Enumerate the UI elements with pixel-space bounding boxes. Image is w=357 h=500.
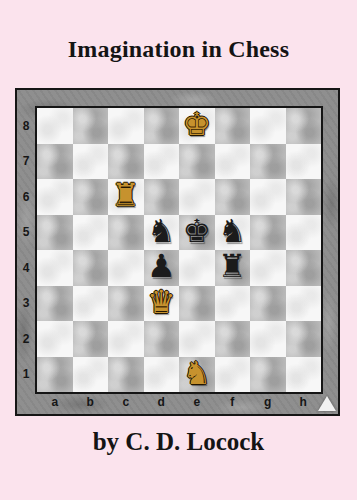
square-c3 [108, 286, 144, 322]
file-label-a: a [37, 392, 73, 412]
file-labels: abcdefgh [37, 392, 321, 412]
file-label-b: b [73, 392, 109, 412]
rank-label-4: 4 [17, 250, 35, 286]
file-label-e: e [179, 392, 215, 412]
square-h8 [286, 108, 322, 144]
square-b8 [73, 108, 109, 144]
file-label-h: h [286, 392, 322, 412]
square-f1 [215, 357, 251, 393]
square-h1 [286, 357, 322, 393]
black-pawn-d4: ♟ [147, 250, 176, 285]
square-g3 [250, 286, 286, 322]
square-c2 [108, 321, 144, 357]
black-knight-f5: ♞ [218, 215, 247, 250]
rank-label-2: 2 [17, 321, 35, 357]
square-c5 [108, 215, 144, 251]
square-d1 [144, 357, 180, 393]
book-author: by C. D. Locock [0, 428, 357, 456]
black-knight-d5: ♞ [147, 215, 176, 250]
black-king-e5: ♚ [182, 215, 211, 250]
square-d2 [144, 321, 180, 357]
square-b7 [73, 144, 109, 180]
white-to-move-triangle-icon [318, 396, 336, 411]
square-d4: ♟ [144, 250, 180, 286]
square-a1 [37, 357, 73, 393]
file-label-d: d [144, 392, 180, 412]
square-d6 [144, 179, 180, 215]
square-e1: ♞ [179, 357, 215, 393]
square-e5: ♚ [179, 215, 215, 251]
square-h2 [286, 321, 322, 357]
square-f8 [215, 108, 251, 144]
square-f5: ♞ [215, 215, 251, 251]
square-e7 [179, 144, 215, 180]
square-a8 [37, 108, 73, 144]
board-squares: ♚♜♞♚♞♟♜♛♞ [35, 106, 323, 394]
square-c8 [108, 108, 144, 144]
square-d3: ♛ [144, 286, 180, 322]
square-e6 [179, 179, 215, 215]
square-g2 [250, 321, 286, 357]
square-b1 [73, 357, 109, 393]
white-queen-d3: ♛ [147, 286, 176, 321]
rank-label-8: 8 [17, 108, 35, 144]
square-a5 [37, 215, 73, 251]
square-g5 [250, 215, 286, 251]
square-d8 [144, 108, 180, 144]
square-h4 [286, 250, 322, 286]
square-g8 [250, 108, 286, 144]
book-cover: Imagination in Chess 87654321 ♚♜♞♚♞♟♜♛♞ … [0, 0, 357, 500]
square-a2 [37, 321, 73, 357]
black-rook-f4: ♜ [218, 250, 247, 285]
square-c7 [108, 144, 144, 180]
square-b5 [73, 215, 109, 251]
square-g4 [250, 250, 286, 286]
square-b4 [73, 250, 109, 286]
rank-label-1: 1 [17, 357, 35, 393]
square-a7 [37, 144, 73, 180]
square-b2 [73, 321, 109, 357]
rank-label-3: 3 [17, 286, 35, 322]
white-king-e8: ♚ [182, 108, 211, 143]
square-f6 [215, 179, 251, 215]
rank-label-7: 7 [17, 144, 35, 180]
square-h5 [286, 215, 322, 251]
file-label-f: f [215, 392, 251, 412]
square-h6 [286, 179, 322, 215]
square-g7 [250, 144, 286, 180]
file-label-g: g [250, 392, 286, 412]
book-title: Imagination in Chess [0, 36, 357, 63]
square-c6: ♜ [108, 179, 144, 215]
square-f2 [215, 321, 251, 357]
square-g1 [250, 357, 286, 393]
square-b6 [73, 179, 109, 215]
square-d5: ♞ [144, 215, 180, 251]
square-e3 [179, 286, 215, 322]
square-e4 [179, 250, 215, 286]
rank-label-5: 5 [17, 215, 35, 251]
chess-board: 87654321 ♚♜♞♚♞♟♜♛♞ abcdefgh [15, 88, 340, 416]
square-f7 [215, 144, 251, 180]
rank-labels: 87654321 [17, 108, 35, 392]
square-c1 [108, 357, 144, 393]
square-a4 [37, 250, 73, 286]
square-f4: ♜ [215, 250, 251, 286]
square-h3 [286, 286, 322, 322]
square-a6 [37, 179, 73, 215]
square-b3 [73, 286, 109, 322]
square-f3 [215, 286, 251, 322]
white-rook-c6: ♜ [111, 179, 140, 214]
white-knight-e1: ♞ [182, 357, 211, 392]
square-e2 [179, 321, 215, 357]
square-g6 [250, 179, 286, 215]
square-e8: ♚ [179, 108, 215, 144]
square-a3 [37, 286, 73, 322]
rank-label-6: 6 [17, 179, 35, 215]
square-d7 [144, 144, 180, 180]
square-c4 [108, 250, 144, 286]
square-h7 [286, 144, 322, 180]
file-label-c: c [108, 392, 144, 412]
